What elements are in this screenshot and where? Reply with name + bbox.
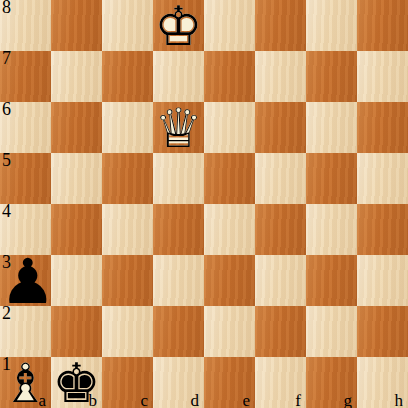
square-a1[interactable]: 1a♝♗: [0, 357, 51, 408]
black-king-glyph: ♚: [51, 358, 102, 408]
square-g7[interactable]: [306, 51, 357, 102]
square-c8[interactable]: [102, 0, 153, 51]
square-e2[interactable]: [204, 306, 255, 357]
white-king[interactable]: ♚♔: [153, 0, 204, 51]
white-king-outline-glyph: ♔: [153, 1, 204, 52]
rank-label-4: 4: [2, 201, 11, 221]
square-h5[interactable]: [357, 153, 408, 204]
square-h2[interactable]: [357, 306, 408, 357]
square-h3[interactable]: [357, 255, 408, 306]
square-a3[interactable]: 3♟: [0, 255, 51, 306]
white-bishop[interactable]: ♝♗: [0, 357, 51, 408]
square-c4[interactable]: [102, 204, 153, 255]
square-c5[interactable]: [102, 153, 153, 204]
square-d5[interactable]: [153, 153, 204, 204]
square-f3[interactable]: [255, 255, 306, 306]
square-a7[interactable]: 7: [0, 51, 51, 102]
file-label-h: h: [395, 392, 404, 408]
rank-label-8: 8: [2, 0, 11, 17]
rank-label-7: 7: [2, 48, 11, 68]
square-c6[interactable]: [102, 102, 153, 153]
file-label-g: g: [344, 392, 353, 408]
square-h7[interactable]: [357, 51, 408, 102]
square-b8[interactable]: [51, 0, 102, 51]
square-a8[interactable]: 8: [0, 0, 51, 51]
rank-label-6: 6: [2, 99, 11, 119]
square-b4[interactable]: [51, 204, 102, 255]
black-pawn[interactable]: ♟: [0, 255, 51, 306]
square-h4[interactable]: [357, 204, 408, 255]
square-b2[interactable]: [51, 306, 102, 357]
square-d7[interactable]: [153, 51, 204, 102]
black-king[interactable]: ♚: [51, 357, 102, 408]
square-c1[interactable]: c: [102, 357, 153, 408]
square-c7[interactable]: [102, 51, 153, 102]
square-d6[interactable]: ♛♕: [153, 102, 204, 153]
square-a6[interactable]: 6: [0, 102, 51, 153]
square-f1[interactable]: f: [255, 357, 306, 408]
white-queen[interactable]: ♛♕: [153, 102, 204, 153]
square-e7[interactable]: [204, 51, 255, 102]
square-c3[interactable]: [102, 255, 153, 306]
square-a5[interactable]: 5: [0, 153, 51, 204]
square-d8[interactable]: ♚♔: [153, 0, 204, 51]
square-b1[interactable]: b♚: [51, 357, 102, 408]
square-h8[interactable]: [357, 0, 408, 51]
chess-board: 8♚♔76♛♕543♟21a♝♗b♚cdefgh: [0, 0, 408, 408]
square-c2[interactable]: [102, 306, 153, 357]
square-b6[interactable]: [51, 102, 102, 153]
square-e3[interactable]: [204, 255, 255, 306]
square-d1[interactable]: d: [153, 357, 204, 408]
square-d3[interactable]: [153, 255, 204, 306]
square-g3[interactable]: [306, 255, 357, 306]
square-f8[interactable]: [255, 0, 306, 51]
black-pawn-glyph: ♟: [0, 256, 51, 307]
square-g1[interactable]: g: [306, 357, 357, 408]
square-g6[interactable]: [306, 102, 357, 153]
file-label-c: c: [140, 392, 148, 408]
square-d2[interactable]: [153, 306, 204, 357]
square-b3[interactable]: [51, 255, 102, 306]
square-e6[interactable]: [204, 102, 255, 153]
square-f2[interactable]: [255, 306, 306, 357]
square-e4[interactable]: [204, 204, 255, 255]
square-f7[interactable]: [255, 51, 306, 102]
square-f4[interactable]: [255, 204, 306, 255]
square-b5[interactable]: [51, 153, 102, 204]
square-h1[interactable]: h: [357, 357, 408, 408]
white-queen-outline-glyph: ♕: [153, 103, 204, 154]
file-label-d: d: [191, 392, 200, 408]
square-h6[interactable]: [357, 102, 408, 153]
file-label-e: e: [242, 392, 250, 408]
square-e5[interactable]: [204, 153, 255, 204]
square-g4[interactable]: [306, 204, 357, 255]
rank-label-5: 5: [2, 150, 11, 170]
square-f5[interactable]: [255, 153, 306, 204]
square-g8[interactable]: [306, 0, 357, 51]
square-g5[interactable]: [306, 153, 357, 204]
square-d4[interactable]: [153, 204, 204, 255]
square-f6[interactable]: [255, 102, 306, 153]
white-bishop-outline-glyph: ♗: [0, 358, 51, 408]
file-label-f: f: [295, 392, 301, 408]
square-b7[interactable]: [51, 51, 102, 102]
square-e1[interactable]: e: [204, 357, 255, 408]
square-e8[interactable]: [204, 0, 255, 51]
square-g2[interactable]: [306, 306, 357, 357]
